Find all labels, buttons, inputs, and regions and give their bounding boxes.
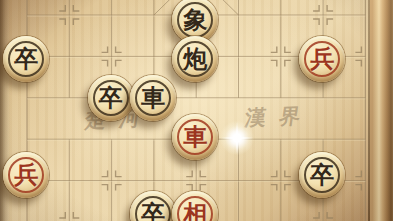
piece-red-soldier[interactable]: 兵: [299, 36, 345, 82]
piece-character: 車: [141, 86, 165, 110]
piece-character: 卒: [14, 47, 38, 71]
piece-character: 卒: [310, 163, 334, 187]
piece-red-chariot[interactable]: 車: [172, 114, 218, 160]
piece-character: 相: [183, 202, 207, 221]
piece-black-soldier[interactable]: 卒: [88, 75, 134, 121]
piece-black-cannon[interactable]: 炮: [172, 36, 218, 82]
piece-character: 炮: [183, 47, 207, 71]
board-right-frame: [368, 0, 393, 221]
piece-character: 卒: [141, 202, 165, 221]
river-label-right: 漢界: [242, 104, 315, 130]
piece-black-soldier[interactable]: 卒: [3, 36, 49, 82]
piece-character: 車: [183, 125, 207, 149]
piece-character: 兵: [310, 47, 334, 71]
piece-character: 象: [183, 8, 207, 32]
piece-character: 兵: [14, 163, 38, 187]
piece-character: 卒: [99, 86, 123, 110]
xiangqi-board-screen: 楚河 漢界 象炮卒兵卒車車兵卒卒相: [0, 0, 393, 221]
piece-black-chariot[interactable]: 車: [130, 75, 176, 121]
